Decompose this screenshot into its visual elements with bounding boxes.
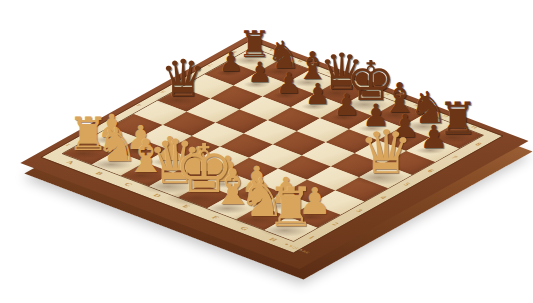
board-frame: AABBCCDDEEFFGGHH1122334455667788 ◆ SQUAR… — [20, 35, 528, 269]
chess-photo-scene: AABBCCDDEEFFGGHH1122334455667788 ◆ SQUAR… — [0, 0, 533, 303]
